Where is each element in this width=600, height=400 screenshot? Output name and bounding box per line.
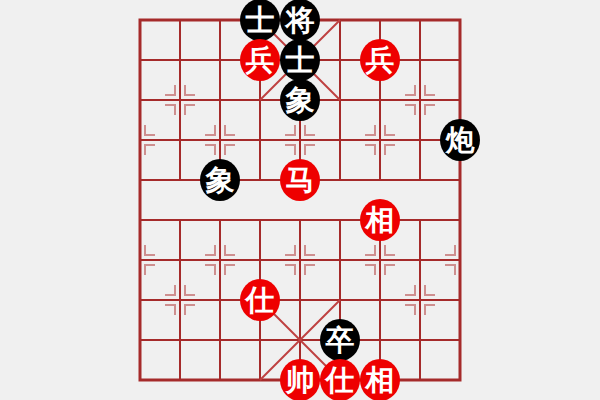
board-point: 炮 [440, 120, 480, 160]
board-point: 仕 [320, 360, 360, 400]
red-general[interactable]: 帅 [280, 359, 320, 400]
board-point: 兵 [360, 40, 400, 80]
xiangqi-app: 士将兵士兵象炮象马相仕卒帅仕相 [0, 0, 600, 400]
board-point: 相 [360, 200, 400, 240]
black-elephant[interactable]: 象 [280, 79, 320, 121]
board-point: 仕 [240, 280, 280, 320]
red-elephant[interactable]: 相 [360, 359, 400, 400]
board-point: 相 [360, 360, 400, 400]
board-point: 象 [200, 160, 240, 200]
black-advisor[interactable]: 士 [240, 0, 280, 41]
board-point: 将 [280, 0, 320, 40]
red-horse[interactable]: 马 [280, 159, 320, 201]
red-advisor[interactable]: 仕 [240, 279, 280, 321]
black-soldier[interactable]: 卒 [320, 319, 360, 361]
xiangqi-board[interactable]: 士将兵士兵象炮象马相仕卒帅仕相 [120, 0, 480, 400]
black-elephant[interactable]: 象 [200, 159, 240, 201]
black-cannon[interactable]: 炮 [440, 119, 480, 161]
board-point: 帅 [280, 360, 320, 400]
red-advisor[interactable]: 仕 [320, 359, 360, 400]
board-point: 马 [280, 160, 320, 200]
board-point: 象 [280, 80, 320, 120]
board-point: 卒 [320, 320, 360, 360]
board-point: 士 [280, 40, 320, 80]
board-point: 士 [240, 0, 280, 40]
red-soldier[interactable]: 兵 [360, 39, 400, 81]
board-point: 兵 [240, 40, 280, 80]
black-advisor[interactable]: 士 [280, 39, 320, 81]
red-elephant[interactable]: 相 [360, 199, 400, 241]
red-soldier[interactable]: 兵 [240, 39, 280, 81]
black-general[interactable]: 将 [280, 0, 320, 41]
